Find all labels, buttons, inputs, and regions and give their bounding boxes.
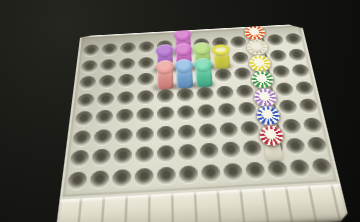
tube-cap bbox=[173, 28, 191, 40]
well bbox=[196, 86, 214, 101]
well bbox=[302, 117, 323, 133]
well bbox=[197, 104, 215, 119]
well bbox=[72, 130, 91, 146]
striped-cap bbox=[258, 124, 285, 146]
cell-D3 bbox=[115, 89, 136, 108]
well bbox=[233, 67, 251, 81]
cell-C3 bbox=[116, 72, 136, 90]
cell-E12 bbox=[296, 96, 321, 116]
well bbox=[156, 107, 173, 122]
tube-cap bbox=[193, 57, 212, 70]
cell-F6 bbox=[175, 122, 197, 143]
cell-F12 bbox=[300, 115, 325, 136]
well bbox=[231, 51, 248, 64]
cell-D7 bbox=[194, 84, 215, 103]
cell-F7 bbox=[196, 121, 218, 142]
cell-G8 bbox=[219, 139, 243, 161]
cell-D12 bbox=[292, 79, 316, 98]
well bbox=[240, 121, 259, 137]
cell-D5 bbox=[155, 87, 175, 106]
cell-F3 bbox=[112, 125, 134, 146]
striped-cap bbox=[248, 54, 272, 72]
striped-cap bbox=[244, 24, 267, 40]
cell-C8 bbox=[212, 67, 233, 85]
well bbox=[288, 159, 310, 177]
striped-cap bbox=[250, 70, 275, 89]
well bbox=[136, 108, 153, 123]
well bbox=[98, 75, 115, 89]
well bbox=[306, 137, 328, 154]
cell-B1 bbox=[78, 58, 99, 75]
well bbox=[113, 148, 132, 165]
cell-A1 bbox=[80, 43, 100, 59]
tube-yellow-B8[interactable] bbox=[212, 41, 230, 69]
well bbox=[221, 142, 241, 159]
well bbox=[134, 168, 153, 186]
well bbox=[178, 165, 197, 183]
well bbox=[272, 65, 291, 79]
cell-G7 bbox=[197, 140, 220, 162]
well bbox=[99, 59, 116, 72]
well bbox=[266, 34, 284, 46]
cell-B12 bbox=[285, 46, 307, 63]
well bbox=[74, 111, 93, 126]
striped-cap bbox=[246, 39, 269, 56]
tube-pink-C5[interactable] bbox=[156, 59, 172, 89]
well bbox=[217, 103, 235, 118]
tube-rack bbox=[55, 24, 350, 222]
cell-E1 bbox=[72, 109, 94, 129]
well bbox=[176, 88, 193, 103]
well bbox=[66, 171, 86, 189]
well bbox=[284, 33, 302, 45]
well bbox=[278, 100, 298, 115]
well bbox=[269, 49, 287, 62]
cell-E4 bbox=[134, 105, 155, 125]
well bbox=[216, 85, 234, 100]
well bbox=[200, 164, 220, 182]
well bbox=[291, 64, 310, 78]
cell-D8 bbox=[214, 83, 236, 102]
well bbox=[294, 81, 314, 95]
tube-blue-C6[interactable] bbox=[175, 58, 192, 88]
well bbox=[285, 138, 306, 155]
cell-G1 bbox=[67, 148, 91, 170]
well bbox=[177, 105, 195, 120]
cell-G12 bbox=[304, 134, 330, 156]
cell-G5 bbox=[155, 143, 177, 165]
well bbox=[222, 163, 242, 181]
well bbox=[237, 102, 256, 117]
cell-E8 bbox=[215, 101, 237, 121]
cell-G4 bbox=[133, 144, 155, 166]
well bbox=[135, 146, 153, 163]
cell-A4 bbox=[136, 40, 155, 56]
well bbox=[310, 158, 332, 176]
well bbox=[298, 99, 318, 114]
cell-C1 bbox=[76, 74, 97, 92]
well bbox=[78, 76, 96, 90]
cell-H7 bbox=[198, 161, 222, 184]
well bbox=[242, 140, 262, 157]
well bbox=[136, 90, 153, 105]
cell-H6 bbox=[177, 162, 200, 185]
cell-H8 bbox=[220, 160, 244, 183]
cell-H3 bbox=[109, 166, 132, 190]
well bbox=[230, 36, 247, 48]
well bbox=[266, 160, 287, 178]
cell-C12 bbox=[289, 62, 312, 80]
well bbox=[244, 161, 265, 179]
well bbox=[119, 42, 135, 55]
well bbox=[80, 60, 97, 73]
cell-A2 bbox=[99, 42, 119, 58]
well bbox=[135, 127, 153, 143]
well bbox=[93, 129, 112, 145]
cell-C7 bbox=[193, 68, 214, 86]
well bbox=[214, 69, 231, 83]
well bbox=[275, 82, 294, 96]
rack-top-surface bbox=[60, 24, 341, 200]
well bbox=[156, 89, 173, 104]
well bbox=[156, 145, 174, 162]
cell-E7 bbox=[195, 102, 217, 122]
cell-H1 bbox=[64, 169, 89, 193]
cell-B3 bbox=[117, 56, 137, 73]
rack-grid bbox=[64, 31, 335, 192]
well bbox=[69, 150, 89, 167]
well bbox=[76, 93, 94, 108]
cell-D2 bbox=[94, 90, 115, 109]
cell-E3 bbox=[113, 107, 134, 127]
photo-scene: Overhead-angle photograph of a transluce… bbox=[0, 0, 360, 222]
well bbox=[114, 128, 132, 144]
tube-teal-C7[interactable] bbox=[194, 57, 212, 87]
cell-H4 bbox=[132, 165, 155, 188]
well bbox=[235, 84, 253, 98]
well bbox=[177, 124, 195, 140]
tube-cap bbox=[155, 59, 173, 72]
cell-D6 bbox=[174, 85, 195, 104]
cell-C2 bbox=[96, 73, 117, 91]
cell-G2 bbox=[89, 146, 112, 168]
tube-cap bbox=[174, 58, 192, 71]
well bbox=[219, 122, 238, 138]
cell-G3 bbox=[111, 145, 134, 167]
cell-F8 bbox=[217, 120, 240, 141]
well bbox=[95, 110, 113, 125]
well bbox=[117, 74, 134, 88]
well bbox=[287, 48, 305, 61]
well bbox=[96, 92, 114, 107]
cell-H12 bbox=[308, 155, 335, 178]
well bbox=[116, 91, 133, 106]
cell-H2 bbox=[87, 167, 111, 191]
well bbox=[111, 169, 130, 187]
well bbox=[156, 125, 174, 141]
cell-G6 bbox=[176, 142, 198, 164]
cell-F4 bbox=[133, 124, 154, 145]
well bbox=[137, 57, 153, 70]
well bbox=[156, 166, 175, 184]
well bbox=[178, 144, 197, 161]
well bbox=[137, 73, 153, 87]
cell-B2 bbox=[98, 57, 118, 74]
well bbox=[199, 143, 218, 160]
cell-H5 bbox=[155, 164, 178, 187]
well bbox=[198, 123, 217, 139]
cell-D1 bbox=[74, 91, 96, 110]
well bbox=[82, 44, 99, 57]
cell-F1 bbox=[70, 128, 93, 149]
striped-cap bbox=[255, 105, 281, 126]
well bbox=[281, 118, 301, 134]
cell-B8 bbox=[211, 51, 231, 68]
well bbox=[115, 109, 133, 124]
well bbox=[118, 58, 134, 71]
cell-E6 bbox=[175, 103, 196, 123]
well bbox=[138, 41, 154, 54]
cell-E2 bbox=[93, 108, 115, 128]
cell-H9 bbox=[242, 159, 267, 182]
well bbox=[91, 149, 110, 166]
striped-cap bbox=[253, 87, 278, 107]
cell-D4 bbox=[135, 88, 155, 107]
well bbox=[89, 170, 109, 188]
cell-F2 bbox=[91, 126, 114, 147]
well bbox=[101, 43, 117, 56]
cell-A12 bbox=[282, 31, 304, 47]
cell-A3 bbox=[118, 41, 137, 57]
cell-F5 bbox=[155, 123, 176, 144]
cell-E5 bbox=[155, 104, 176, 124]
